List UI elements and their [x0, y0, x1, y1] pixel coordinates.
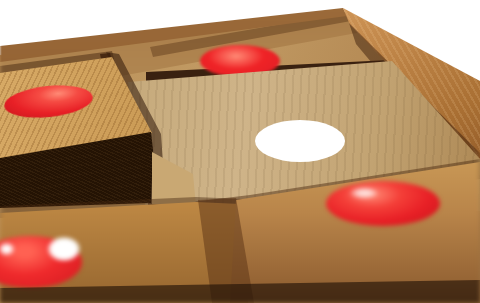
puzzle-photo [0, 0, 480, 303]
specular-highlight-small [0, 242, 15, 256]
specular-sheen [350, 187, 378, 199]
specular-highlight-large [48, 237, 80, 261]
red-dot-front-right-block [326, 181, 440, 226]
white-dot [255, 120, 345, 162]
